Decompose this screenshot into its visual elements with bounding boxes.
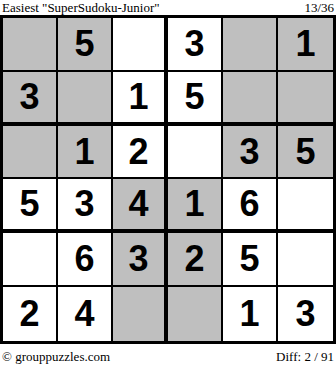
puzzle-title: Easiest "SuperSudoku-Junior"	[2, 1, 160, 14]
header-bar: Easiest "SuperSudoku-Junior" 13/36	[0, 0, 336, 15]
cell-r2c5[interactable]	[223, 72, 278, 126]
cell-r1c6: 1	[278, 18, 333, 72]
cell-r6c4[interactable]	[168, 287, 223, 341]
cell-r4c2: 3	[58, 179, 113, 233]
copyright-text: © grouppuzzles.com	[2, 350, 110, 364]
cell-r3c2: 1	[58, 126, 113, 180]
cell-r4c4: 1	[168, 179, 223, 233]
cell-r5c3: 3	[113, 233, 168, 287]
cell-r2c4: 5	[168, 72, 223, 126]
cell-r1c2: 5	[58, 18, 113, 72]
cell-r5c1[interactable]	[3, 233, 58, 287]
cell-r2c6[interactable]	[278, 72, 333, 126]
cell-r6c1: 2	[3, 287, 58, 341]
cell-r5c5: 5	[223, 233, 278, 287]
cell-r3c3: 2	[113, 126, 168, 180]
cell-r6c5: 1	[223, 287, 278, 341]
cell-r3c1[interactable]	[3, 126, 58, 180]
cell-r4c6[interactable]	[278, 179, 333, 233]
cell-r1c4: 3	[168, 18, 223, 72]
cell-r6c6: 3	[278, 287, 333, 341]
puzzle-counter: 13/36	[304, 1, 334, 14]
cell-r1c5[interactable]	[223, 18, 278, 72]
cell-r5c2: 6	[58, 233, 113, 287]
cell-r5c4: 2	[168, 233, 223, 287]
cell-r4c5: 6	[223, 179, 278, 233]
cell-r3c5: 3	[223, 126, 278, 180]
cell-r1c3[interactable]	[113, 18, 168, 72]
cell-r4c3: 4	[113, 179, 168, 233]
difficulty-text: Diff: 2 / 91	[276, 350, 334, 364]
cell-r6c2: 4	[58, 287, 113, 341]
footer-bar: © grouppuzzles.com Diff: 2 / 91	[0, 344, 336, 370]
cell-r3c4[interactable]	[168, 126, 223, 180]
cell-r6c3[interactable]	[113, 287, 168, 341]
cell-r2c1: 3	[3, 72, 58, 126]
cell-r2c2[interactable]	[58, 72, 113, 126]
cell-r1c1[interactable]	[3, 18, 58, 72]
cell-r2c3: 1	[113, 72, 168, 126]
cell-r3c6: 5	[278, 126, 333, 180]
cell-r5c6[interactable]	[278, 233, 333, 287]
cell-r4c1: 5	[3, 179, 58, 233]
sudoku-board: 53131512355341663252413	[0, 15, 336, 344]
